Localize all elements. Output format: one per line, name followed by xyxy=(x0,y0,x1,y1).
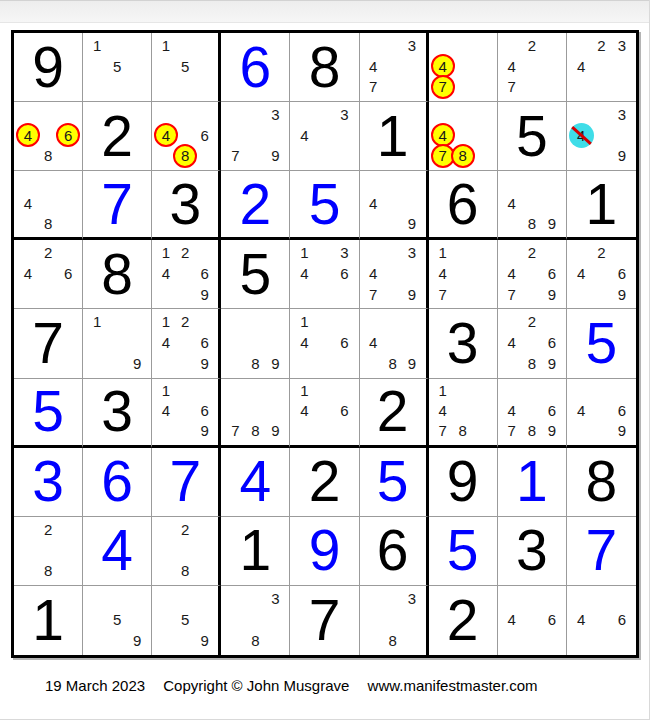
candidate-3: 3 xyxy=(335,242,355,263)
candidate-grid: 47 xyxy=(429,33,497,101)
candidate-7-circled: 7 xyxy=(433,146,453,167)
candidate-grid: 38 xyxy=(360,586,426,655)
solved-digit: 6 xyxy=(221,33,289,101)
candidate-grid: 146 xyxy=(290,309,358,377)
cell-r4c7[interactable]: 147 xyxy=(429,240,498,309)
cell-r1c1[interactable]: 9 xyxy=(14,33,83,102)
cell-r3c9[interactable]: 1 xyxy=(567,171,636,240)
cell-r1c2[interactable]: 15 xyxy=(83,33,152,102)
cell-r3c2[interactable]: 7 xyxy=(83,171,152,240)
cell-r4c1[interactable]: 246 xyxy=(14,240,83,309)
candidate-7: 7 xyxy=(433,284,453,305)
candidate-7: 7 xyxy=(502,284,522,305)
candidate-grid: 234 xyxy=(567,33,636,101)
candidate-9: 9 xyxy=(542,353,562,374)
candidate-4: 4 xyxy=(18,193,38,213)
candidate-grid: 347 xyxy=(360,33,426,101)
candidate-9: 9 xyxy=(542,421,562,441)
cell-r2c7[interactable]: 478 xyxy=(429,102,498,171)
candidate-grid: 1346 xyxy=(290,240,358,308)
solved-digit: 3 xyxy=(14,448,82,516)
candidate-6: 6 xyxy=(612,401,632,421)
solved-digit: 5 xyxy=(429,517,497,585)
candidate-grid: 46789 xyxy=(498,379,566,445)
cell-r6c8[interactable]: 46789 xyxy=(498,379,567,448)
candidate-9: 9 xyxy=(195,630,214,651)
candidate-4: 4 xyxy=(364,263,383,284)
candidate-grid: 59 xyxy=(152,586,218,655)
cell-r6c1[interactable]: 5 xyxy=(14,379,83,448)
candidate-grid: 379 xyxy=(221,102,289,170)
candidate-grid: 2469 xyxy=(567,240,636,308)
candidate-4: 4 xyxy=(502,609,522,630)
given-digit: 8 xyxy=(290,33,358,101)
cell-r3c1[interactable]: 48 xyxy=(14,171,83,240)
given-digit: 1 xyxy=(567,171,636,237)
candidate-4: 4 xyxy=(18,263,38,284)
candidate-4-circled: 4 xyxy=(433,125,453,146)
candidate-8: 8 xyxy=(522,353,542,374)
cell-r3c3[interactable]: 3 xyxy=(152,171,221,240)
candidate-grid: 28 xyxy=(152,517,218,585)
candidate-4-eliminated: 4 xyxy=(571,125,591,146)
candidate-1: 1 xyxy=(294,311,314,332)
candidate-1: 1 xyxy=(433,381,453,401)
candidate-1: 1 xyxy=(87,311,107,332)
candidate-1: 1 xyxy=(156,311,175,332)
candidate-6: 6 xyxy=(542,401,562,421)
cell-r3c8[interactable]: 489 xyxy=(498,171,567,240)
cell-r1c4[interactable]: 6 xyxy=(221,33,290,102)
candidate-9: 9 xyxy=(402,284,421,305)
given-digit: 8 xyxy=(567,448,636,516)
cell-r9c4[interactable]: 38 xyxy=(221,586,290,655)
candidate-9: 9 xyxy=(612,421,632,441)
candidate-8: 8 xyxy=(38,146,58,167)
footer-website: www.manifestmaster.com xyxy=(368,677,538,694)
candidate-9: 9 xyxy=(612,146,632,167)
candidate-4: 4 xyxy=(502,193,522,213)
candidate-8: 8 xyxy=(245,421,265,441)
given-digit: 9 xyxy=(429,448,497,516)
solved-digit: 5 xyxy=(360,448,426,516)
candidate-6-circled: 6 xyxy=(58,125,78,146)
cell-r8c7[interactable]: 5 xyxy=(429,517,498,586)
window-top-strip xyxy=(0,0,649,23)
cell-r8c1[interactable]: 28 xyxy=(14,517,83,586)
candidate-3: 3 xyxy=(402,242,421,263)
cell-r9c9[interactable]: 46 xyxy=(567,586,636,655)
candidate-5: 5 xyxy=(176,609,195,630)
footer-date: 19 March 2023 xyxy=(45,677,145,694)
candidate-5: 5 xyxy=(107,56,127,77)
cell-r8c6[interactable]: 6 xyxy=(360,517,429,586)
cell-r6c9[interactable]: 469 xyxy=(567,379,636,448)
candidate-2: 2 xyxy=(591,242,611,263)
candidate-6: 6 xyxy=(195,401,214,421)
candidate-4: 4 xyxy=(364,56,383,77)
candidate-4: 4 xyxy=(502,401,522,421)
cell-r2c3[interactable]: 468 xyxy=(152,102,221,171)
cell-r7c7[interactable]: 9 xyxy=(429,448,498,517)
cell-r8c3[interactable]: 28 xyxy=(152,517,221,586)
solved-digit: 7 xyxy=(567,517,636,585)
cell-r6c3[interactable]: 1469 xyxy=(152,379,221,448)
cell-r1c8[interactable]: 247 xyxy=(498,33,567,102)
solved-digit: 2 xyxy=(221,171,289,237)
candidate-grid: 12469 xyxy=(152,309,218,377)
candidate-3: 3 xyxy=(265,104,285,125)
given-digit: 3 xyxy=(429,309,497,377)
candidate-6: 6 xyxy=(335,401,355,421)
candidate-3: 3 xyxy=(612,35,632,56)
candidate-4: 4 xyxy=(502,56,522,77)
candidate-8: 8 xyxy=(245,630,265,651)
candidate-8-circled: 8 xyxy=(176,146,195,167)
cell-r6c7[interactable]: 1478 xyxy=(429,379,498,448)
candidate-4: 4 xyxy=(294,263,314,284)
sudoku-board[interactable]: 9151568347472472344682468379341478534948… xyxy=(11,30,639,658)
cell-r7c6[interactable]: 5 xyxy=(360,448,429,517)
cell-r7c4[interactable]: 4 xyxy=(221,448,290,517)
footer-copyright: Copyright © John Musgrave xyxy=(163,677,349,694)
candidate-8: 8 xyxy=(522,421,542,441)
candidate-9: 9 xyxy=(195,284,214,305)
given-digit: 1 xyxy=(14,586,82,655)
cell-r5c8[interactable]: 24689 xyxy=(498,309,567,378)
candidate-grid: 48 xyxy=(14,171,82,237)
given-digit: 2 xyxy=(429,586,497,655)
solved-digit: 5 xyxy=(567,309,636,377)
given-digit: 3 xyxy=(152,171,218,237)
candidate-8: 8 xyxy=(38,213,58,233)
cell-r2c1[interactable]: 468 xyxy=(14,102,83,171)
candidate-1: 1 xyxy=(87,35,107,56)
cell-r1c6[interactable]: 347 xyxy=(360,33,429,102)
candidate-8: 8 xyxy=(245,353,265,374)
cell-r5c2[interactable]: 19 xyxy=(83,309,152,378)
candidate-2: 2 xyxy=(38,519,58,540)
candidate-4: 4 xyxy=(156,263,175,284)
cell-r3c5[interactable]: 5 xyxy=(290,171,359,240)
candidate-7: 7 xyxy=(225,421,245,441)
cell-r5c1[interactable]: 7 xyxy=(14,309,83,378)
cell-r2c5[interactable]: 34 xyxy=(290,102,359,171)
candidate-4: 4 xyxy=(571,609,591,630)
given-digit: 8 xyxy=(83,240,151,308)
candidate-grid: 1469 xyxy=(152,379,218,445)
candidate-6: 6 xyxy=(195,263,214,284)
cell-r6c4[interactable]: 789 xyxy=(221,379,290,448)
cell-r3c6[interactable]: 49 xyxy=(360,171,429,240)
candidate-6: 6 xyxy=(542,609,562,630)
cell-r5c6[interactable]: 489 xyxy=(360,309,429,378)
candidate-4: 4 xyxy=(294,401,314,421)
cell-r1c9[interactable]: 234 xyxy=(567,33,636,102)
candidate-6: 6 xyxy=(335,332,355,353)
candidate-9: 9 xyxy=(542,213,562,233)
candidate-5: 5 xyxy=(107,609,127,630)
cell-r7c9[interactable]: 8 xyxy=(567,448,636,517)
candidate-7: 7 xyxy=(502,421,522,441)
candidate-4: 4 xyxy=(502,263,522,284)
candidate-9: 9 xyxy=(195,421,214,441)
candidate-grid: 12469 xyxy=(152,240,218,308)
candidate-6: 6 xyxy=(58,263,78,284)
solved-digit: 5 xyxy=(290,171,358,237)
cell-r5c3[interactable]: 12469 xyxy=(152,309,221,378)
given-digit: 6 xyxy=(360,517,426,585)
candidate-grid: 34 xyxy=(290,102,358,170)
solved-digit: 6 xyxy=(83,448,151,516)
candidate-4: 4 xyxy=(156,332,175,353)
candidate-4: 4 xyxy=(571,263,591,284)
solved-digit: 4 xyxy=(83,517,151,585)
solved-digit: 1 xyxy=(498,448,566,516)
cell-r1c3[interactable]: 15 xyxy=(152,33,221,102)
candidate-4-circled: 4 xyxy=(18,125,38,146)
given-digit: 3 xyxy=(83,379,151,445)
cell-r7c8[interactable]: 1 xyxy=(498,448,567,517)
cell-r6c5[interactable]: 146 xyxy=(290,379,359,448)
cell-r9c8[interactable]: 46 xyxy=(498,586,567,655)
cell-r7c3[interactable]: 7 xyxy=(152,448,221,517)
cell-r2c4[interactable]: 379 xyxy=(221,102,290,171)
cell-r4c3[interactable]: 12469 xyxy=(152,240,221,309)
cell-r7c5[interactable]: 2 xyxy=(290,448,359,517)
candidate-grid: 1478 xyxy=(429,379,497,445)
candidate-9: 9 xyxy=(127,630,147,651)
candidate-grid: 469 xyxy=(567,379,636,445)
candidate-5: 5 xyxy=(176,56,195,77)
candidate-9: 9 xyxy=(265,353,285,374)
candidate-9: 9 xyxy=(402,213,421,233)
candidate-grid: 3479 xyxy=(360,240,426,308)
candidate-4-circled: 4 xyxy=(433,56,453,77)
candidate-2: 2 xyxy=(522,35,542,56)
candidate-4: 4 xyxy=(571,401,591,421)
candidate-7: 7 xyxy=(433,421,453,441)
cell-r4c6[interactable]: 3479 xyxy=(360,240,429,309)
cell-r5c9[interactable]: 5 xyxy=(567,309,636,378)
candidate-8: 8 xyxy=(453,421,473,441)
given-digit: 7 xyxy=(14,309,82,377)
candidate-9: 9 xyxy=(127,353,147,374)
cell-r9c7[interactable]: 2 xyxy=(429,586,498,655)
candidate-6: 6 xyxy=(335,263,355,284)
candidate-grid: 468 xyxy=(152,102,218,170)
candidate-3: 3 xyxy=(335,104,355,125)
candidate-6: 6 xyxy=(612,263,632,284)
cell-r8c9[interactable]: 7 xyxy=(567,517,636,586)
cell-r9c2[interactable]: 59 xyxy=(83,586,152,655)
candidate-2: 2 xyxy=(176,242,195,263)
cell-r9c1[interactable]: 1 xyxy=(14,586,83,655)
cell-r7c2[interactable]: 6 xyxy=(83,448,152,517)
candidate-grid: 89 xyxy=(221,309,289,377)
cell-r6c6[interactable]: 2 xyxy=(360,379,429,448)
candidate-1: 1 xyxy=(156,381,175,401)
candidate-9: 9 xyxy=(265,421,285,441)
candidate-7-circled: 7 xyxy=(433,76,453,97)
candidate-9: 9 xyxy=(612,284,632,305)
cell-r9c3[interactable]: 59 xyxy=(152,586,221,655)
candidate-4: 4 xyxy=(294,332,314,353)
candidate-8: 8 xyxy=(176,560,195,581)
solved-digit: 4 xyxy=(221,448,289,516)
solved-digit: 5 xyxy=(14,379,82,445)
candidate-2: 2 xyxy=(522,242,542,263)
candidate-grid: 49 xyxy=(360,171,426,237)
candidate-1: 1 xyxy=(433,242,453,263)
candidate-4: 4 xyxy=(433,263,453,284)
given-digit: 2 xyxy=(290,448,358,516)
candidate-grid: 24679 xyxy=(498,240,566,308)
cell-r8c5[interactable]: 9 xyxy=(290,517,359,586)
candidate-8: 8 xyxy=(522,213,542,233)
candidate-7: 7 xyxy=(364,284,383,305)
solved-digit: 9 xyxy=(290,517,358,585)
candidate-grid: 147 xyxy=(429,240,497,308)
candidate-1: 1 xyxy=(156,35,175,56)
candidate-grid: 478 xyxy=(429,102,497,170)
candidate-grid: 19 xyxy=(83,309,151,377)
candidate-grid: 15 xyxy=(152,33,218,101)
candidate-4-circled: 4 xyxy=(156,125,175,146)
candidate-1: 1 xyxy=(294,381,314,401)
candidate-7: 7 xyxy=(364,76,383,97)
candidate-grid: 789 xyxy=(221,379,289,445)
candidate-9: 9 xyxy=(542,284,562,305)
candidate-grid: 24689 xyxy=(498,309,566,377)
cell-r8c8[interactable]: 3 xyxy=(498,517,567,586)
cell-r3c7[interactable]: 6 xyxy=(429,171,498,240)
candidate-1: 1 xyxy=(156,242,175,263)
candidate-4: 4 xyxy=(433,401,453,421)
candidate-9: 9 xyxy=(195,353,214,374)
candidate-3: 3 xyxy=(402,35,421,56)
cell-r4c5[interactable]: 1346 xyxy=(290,240,359,309)
cell-r6c2[interactable]: 3 xyxy=(83,379,152,448)
candidate-grid: 46 xyxy=(498,586,566,655)
candidate-grid: 146 xyxy=(290,379,358,445)
candidate-grid: 489 xyxy=(498,171,566,237)
cell-r2c2[interactable]: 2 xyxy=(83,102,152,171)
cell-r2c6[interactable]: 1 xyxy=(360,102,429,171)
candidate-2: 2 xyxy=(591,35,611,56)
candidate-3: 3 xyxy=(402,588,421,609)
footer: 19 March 2023 Copyright © John Musgrave … xyxy=(45,677,538,694)
candidate-7: 7 xyxy=(225,146,245,167)
candidate-6: 6 xyxy=(612,609,632,630)
cell-r4c8[interactable]: 24679 xyxy=(498,240,567,309)
given-digit: 5 xyxy=(498,102,566,170)
solved-digit: 7 xyxy=(152,448,218,516)
candidate-4: 4 xyxy=(571,56,591,77)
candidate-8: 8 xyxy=(383,630,402,651)
candidate-grid: 15 xyxy=(83,33,151,101)
candidate-grid: 28 xyxy=(14,517,82,585)
cell-r4c4[interactable]: 5 xyxy=(221,240,290,309)
given-digit: 3 xyxy=(498,517,566,585)
candidate-2: 2 xyxy=(176,519,195,540)
candidate-4: 4 xyxy=(364,332,383,353)
candidate-8-circled: 8 xyxy=(453,146,473,167)
candidate-4: 4 xyxy=(502,332,522,353)
candidate-6: 6 xyxy=(195,332,214,353)
cell-r4c2[interactable]: 8 xyxy=(83,240,152,309)
cell-r9c5[interactable]: 7 xyxy=(290,586,359,655)
cell-r7c1[interactable]: 3 xyxy=(14,448,83,517)
candidate-grid: 46 xyxy=(567,586,636,655)
candidate-2: 2 xyxy=(176,311,195,332)
given-digit: 5 xyxy=(221,240,289,308)
cell-r5c7[interactable]: 3 xyxy=(429,309,498,378)
candidate-3: 3 xyxy=(265,588,285,609)
candidate-4: 4 xyxy=(364,193,383,213)
candidate-3: 3 xyxy=(612,104,632,125)
given-digit: 1 xyxy=(221,517,289,585)
cell-r4c9[interactable]: 2469 xyxy=(567,240,636,309)
cell-r2c9[interactable]: 349 xyxy=(567,102,636,171)
cell-r9c6[interactable]: 38 xyxy=(360,586,429,655)
given-digit: 2 xyxy=(83,102,151,170)
given-digit: 9 xyxy=(14,33,82,101)
candidate-grid: 468 xyxy=(14,102,82,170)
candidate-6: 6 xyxy=(542,263,562,284)
cell-r8c2[interactable]: 4 xyxy=(83,517,152,586)
candidate-8: 8 xyxy=(38,560,58,581)
candidate-grid: 247 xyxy=(498,33,566,101)
candidate-2: 2 xyxy=(38,242,58,263)
cell-r3c4[interactable]: 2 xyxy=(221,171,290,240)
candidate-1: 1 xyxy=(294,242,314,263)
page: { "game": "sudoku", "footer": { "date": … xyxy=(0,0,650,720)
candidate-grid: 246 xyxy=(14,240,82,308)
solved-digit: 7 xyxy=(83,171,151,237)
candidate-grid: 38 xyxy=(221,586,289,655)
candidate-grid: 59 xyxy=(83,586,151,655)
candidate-9: 9 xyxy=(265,146,285,167)
given-digit: 6 xyxy=(429,171,497,237)
candidate-4: 4 xyxy=(156,401,175,421)
candidate-7: 7 xyxy=(502,76,522,97)
cell-r8c4[interactable]: 1 xyxy=(221,517,290,586)
cell-r2c8[interactable]: 5 xyxy=(498,102,567,171)
cell-r5c5[interactable]: 146 xyxy=(290,309,359,378)
candidate-grid: 349 xyxy=(567,102,636,170)
candidate-grid: 489 xyxy=(360,309,426,377)
cell-r1c5[interactable]: 8 xyxy=(290,33,359,102)
cell-r5c4[interactable]: 89 xyxy=(221,309,290,378)
candidate-2: 2 xyxy=(522,311,542,332)
candidate-6: 6 xyxy=(195,125,214,146)
candidate-6: 6 xyxy=(542,332,562,353)
given-digit: 7 xyxy=(290,586,358,655)
cell-r1c7[interactable]: 47 xyxy=(429,33,498,102)
candidate-8: 8 xyxy=(383,353,402,374)
given-digit: 1 xyxy=(360,102,426,170)
candidate-9: 9 xyxy=(402,353,421,374)
candidate-4: 4 xyxy=(294,125,314,146)
given-digit: 2 xyxy=(360,379,426,445)
